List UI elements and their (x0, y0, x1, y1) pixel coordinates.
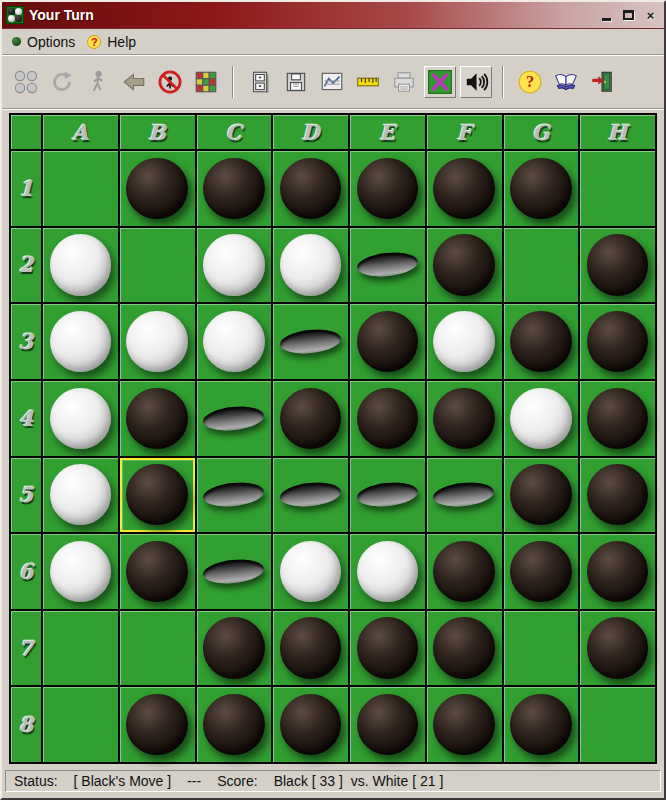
cell-G2[interactable] (504, 228, 579, 303)
flipping-disc (202, 480, 265, 509)
black-disc (433, 694, 494, 755)
cell-D2[interactable] (273, 228, 348, 303)
white-disc (357, 541, 418, 602)
cell-B2[interactable] (120, 228, 195, 303)
col-label-D: D (273, 115, 348, 149)
flipping-disc (279, 480, 342, 509)
black-disc (433, 617, 494, 678)
cell-F6[interactable] (427, 534, 502, 609)
stop-button[interactable] (154, 66, 186, 98)
black-disc (203, 158, 264, 219)
cell-E1[interactable] (350, 151, 425, 226)
cell-H4[interactable] (580, 381, 655, 456)
black-disc (357, 694, 418, 755)
cell-H5[interactable] (580, 458, 655, 533)
app-window: Your Turn × Options ? Help (0, 0, 666, 800)
status-area: Status: [ Black's Move ] --- Score: Blac… (2, 768, 664, 798)
window-title: Your Turn (29, 7, 597, 23)
ruler-icon (355, 69, 381, 95)
cell-B3[interactable] (120, 304, 195, 379)
cell-B8[interactable] (120, 687, 195, 762)
row-label-3-label: 3 (19, 329, 34, 354)
board-area: ABCDEFGH12345678 (2, 109, 664, 768)
cell-F8[interactable] (427, 687, 502, 762)
black-disc (280, 388, 341, 449)
step-button[interactable] (82, 66, 114, 98)
white-disc (50, 464, 111, 525)
question-circle-icon: ? (87, 35, 101, 49)
black-disc (357, 158, 418, 219)
help-button[interactable]: ? (514, 66, 546, 98)
show-moves-toggle-button[interactable] (424, 66, 456, 98)
cell-D6[interactable] (273, 534, 348, 609)
black-disc (126, 388, 187, 449)
black-disc (510, 464, 571, 525)
black-disc (357, 388, 418, 449)
toolbar-separator (502, 66, 504, 98)
flipping-disc (356, 480, 419, 509)
col-label-B: B (120, 115, 195, 149)
cell-G3[interactable] (504, 304, 579, 379)
cell-E7[interactable] (350, 611, 425, 686)
black-disc (587, 311, 648, 372)
flipping-disc (202, 403, 265, 432)
undo-button[interactable] (118, 66, 150, 98)
menu-help-label: Help (107, 34, 136, 50)
menu-options[interactable]: Options (8, 32, 83, 52)
new-game-button[interactable] (10, 66, 42, 98)
cell-B1[interactable] (120, 151, 195, 226)
exit-button[interactable] (586, 66, 618, 98)
col-label-A: A (43, 115, 118, 149)
cell-C6[interactable] (197, 534, 272, 609)
toolbar-separator (232, 66, 234, 98)
row-label-3: 3 (11, 304, 41, 379)
cell-D1[interactable] (273, 151, 348, 226)
white-disc (280, 541, 341, 602)
flipping-disc (356, 250, 419, 279)
black-disc (280, 158, 341, 219)
cell-B5[interactable] (120, 458, 195, 533)
row-label-8: 8 (11, 687, 41, 762)
black-disc (587, 234, 648, 295)
cell-F3[interactable] (427, 304, 502, 379)
white-disc (510, 388, 571, 449)
row-label-1-label: 1 (19, 176, 34, 201)
row-label-7: 7 (11, 611, 41, 686)
walk-player-icon (85, 69, 111, 95)
cell-D8[interactable] (273, 687, 348, 762)
minimize-button[interactable] (597, 7, 616, 24)
row-label-2: 2 (11, 228, 41, 303)
black-disc (510, 694, 571, 755)
minimize-icon (602, 18, 611, 21)
black-disc (203, 617, 264, 678)
black-disc (357, 617, 418, 678)
cell-C5[interactable] (197, 458, 272, 533)
white-disc (433, 311, 494, 372)
file-cabinet-icon (247, 69, 273, 95)
cell-H2[interactable] (580, 228, 655, 303)
cell-D4[interactable] (273, 381, 348, 456)
cell-A3[interactable] (43, 304, 118, 379)
cell-D5[interactable] (273, 458, 348, 533)
cell-F7[interactable] (427, 611, 502, 686)
app-icon (6, 6, 24, 24)
status-label: Status: (14, 773, 58, 789)
new-game-icon (13, 69, 39, 95)
board: ABCDEFGH12345678 (9, 113, 657, 764)
menu-bar: Options ? Help (2, 29, 664, 55)
col-label-G-label: G (532, 120, 550, 145)
cell-G4[interactable] (504, 381, 579, 456)
close-button[interactable]: × (641, 7, 660, 24)
close-icon: × (647, 8, 655, 23)
restart-button[interactable] (46, 66, 78, 98)
col-label-B-label: B (148, 120, 166, 145)
white-disc (50, 234, 111, 295)
row-label-6: 6 (11, 534, 41, 609)
row-label-2-label: 2 (19, 252, 34, 277)
cell-H7[interactable] (580, 611, 655, 686)
white-disc (203, 234, 264, 295)
cell-H8[interactable] (580, 687, 655, 762)
hint-button[interactable] (190, 66, 222, 98)
white-disc (280, 234, 341, 295)
black-disc (587, 617, 648, 678)
cell-G1[interactable] (504, 151, 579, 226)
col-label-D-label: D (302, 120, 320, 145)
white-disc (50, 311, 111, 372)
menu-options-label: Options (27, 34, 75, 50)
print-button[interactable] (388, 66, 420, 98)
black-disc (280, 694, 341, 755)
cell-E8[interactable] (350, 687, 425, 762)
cell-F4[interactable] (427, 381, 502, 456)
cell-E5[interactable] (350, 458, 425, 533)
help-question-icon: ? (517, 69, 543, 95)
cell-C1[interactable] (197, 151, 272, 226)
black-disc (587, 541, 648, 602)
cell-H1[interactable] (580, 151, 655, 226)
black-disc (433, 388, 494, 449)
col-label-H-label: H (608, 120, 628, 145)
cell-F1[interactable] (427, 151, 502, 226)
cell-A7[interactable] (43, 611, 118, 686)
show-moves-toggle-icon (427, 69, 453, 95)
maximize-icon (623, 10, 634, 20)
restart-icon (49, 69, 75, 95)
cell-A4[interactable] (43, 381, 118, 456)
row-label-7-label: 7 (19, 636, 34, 661)
cell-G6[interactable] (504, 534, 579, 609)
rules-book-icon (553, 69, 579, 95)
green-bullet-icon (12, 37, 21, 46)
open-archive-button[interactable] (244, 66, 276, 98)
cell-F2[interactable] (427, 228, 502, 303)
cell-C2[interactable] (197, 228, 272, 303)
col-label-F: F (427, 115, 502, 149)
black-disc (433, 234, 494, 295)
black-disc (126, 464, 187, 525)
cell-A6[interactable] (43, 534, 118, 609)
col-label-C-label: C (226, 120, 243, 145)
sound-speaker-icon (463, 69, 489, 95)
save-floppy-icon (283, 69, 309, 95)
status-separator: --- (187, 773, 201, 789)
score-label: Score: (217, 773, 257, 789)
undo-arrow-icon (121, 69, 147, 95)
black-disc (587, 388, 648, 449)
cell-E2[interactable] (350, 228, 425, 303)
col-label-F-label: F (457, 120, 472, 145)
white-disc (50, 541, 111, 602)
score-value: Black [ 33 ] vs. White [ 21 ] (274, 773, 444, 789)
cell-E6[interactable] (350, 534, 425, 609)
row-label-5: 5 (11, 458, 41, 533)
row-label-4: 4 (11, 381, 41, 456)
black-disc (433, 158, 494, 219)
row-label-6-label: 6 (19, 559, 34, 584)
cell-B6[interactable] (120, 534, 195, 609)
cell-B4[interactable] (120, 381, 195, 456)
col-label-G: G (504, 115, 579, 149)
cell-A2[interactable] (43, 228, 118, 303)
menu-help[interactable]: ? Help (83, 32, 144, 52)
cell-G7[interactable] (504, 611, 579, 686)
cell-C4[interactable] (197, 381, 272, 456)
flipping-disc (279, 327, 342, 356)
statistics-button[interactable] (316, 66, 348, 98)
black-disc (587, 464, 648, 525)
cell-B7[interactable] (120, 611, 195, 686)
cell-H3[interactable] (580, 304, 655, 379)
rules-button[interactable] (550, 66, 582, 98)
white-disc (50, 388, 111, 449)
cell-A8[interactable] (43, 687, 118, 762)
forbid-icon (157, 69, 183, 95)
toolbar: ? (2, 55, 664, 109)
black-disc (510, 541, 571, 602)
board-corner (11, 115, 41, 149)
cell-F5[interactable] (427, 458, 502, 533)
stats-chart-icon (319, 69, 345, 95)
flipping-disc (432, 480, 495, 509)
cell-D3[interactable] (273, 304, 348, 379)
cell-A1[interactable] (43, 151, 118, 226)
cell-C8[interactable] (197, 687, 272, 762)
flipping-disc (202, 557, 265, 586)
row-label-1: 1 (11, 151, 41, 226)
sound-toggle-button[interactable] (460, 66, 492, 98)
black-disc (357, 311, 418, 372)
col-label-A-label: A (72, 120, 88, 145)
save-button[interactable] (280, 66, 312, 98)
status-bar: Status: [ Black's Move ] --- Score: Blac… (5, 770, 661, 792)
row-label-4-label: 4 (19, 406, 34, 431)
cell-C3[interactable] (197, 304, 272, 379)
cell-G5[interactable] (504, 458, 579, 533)
cell-C7[interactable] (197, 611, 272, 686)
col-label-E-label: E (379, 120, 395, 145)
cell-E3[interactable] (350, 304, 425, 379)
exit-door-icon (589, 69, 615, 95)
svg-text:?: ? (526, 73, 534, 91)
cell-A5[interactable] (43, 458, 118, 533)
cell-G8[interactable] (504, 687, 579, 762)
col-label-H: H (580, 115, 655, 149)
black-disc (126, 158, 187, 219)
black-disc (510, 311, 571, 372)
print-icon (391, 69, 417, 95)
black-disc (433, 541, 494, 602)
cell-D7[interactable] (273, 611, 348, 686)
black-disc (510, 158, 571, 219)
white-disc (203, 311, 264, 372)
black-disc (126, 694, 187, 755)
col-label-C: C (197, 115, 272, 149)
measure-button[interactable] (352, 66, 384, 98)
black-disc (280, 617, 341, 678)
status-value: [ Black's Move ] (74, 773, 172, 789)
col-label-E: E (350, 115, 425, 149)
black-disc (126, 541, 187, 602)
row-label-5-label: 5 (19, 482, 34, 507)
title-bar: Your Turn × (2, 2, 664, 29)
cell-H6[interactable] (580, 534, 655, 609)
hint-board-icon (193, 69, 219, 95)
cell-E4[interactable] (350, 381, 425, 456)
black-disc (203, 694, 264, 755)
maximize-button[interactable] (619, 7, 638, 24)
row-label-8-label: 8 (19, 712, 34, 737)
white-disc (126, 311, 187, 372)
